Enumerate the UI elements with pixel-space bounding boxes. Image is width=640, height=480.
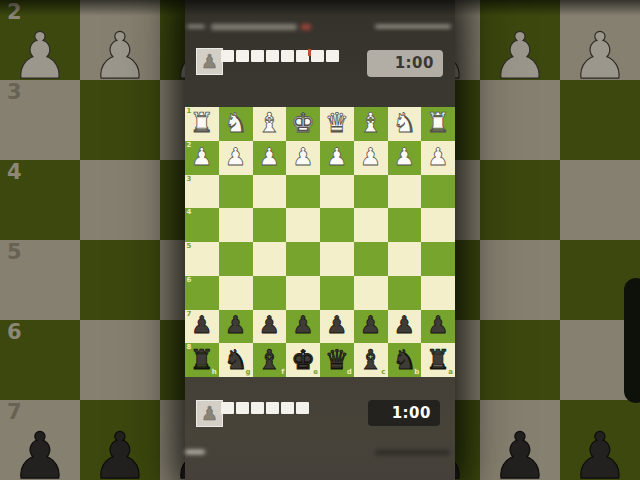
square-e4[interactable] [286, 208, 320, 242]
black-pawn-piece: ♟ [326, 313, 348, 337]
white-pawn-piece: ♟ [360, 145, 382, 169]
bg-square [560, 160, 640, 240]
square-b6[interactable] [388, 276, 422, 310]
square-g8[interactable]: g♞ [219, 343, 253, 377]
square-g1[interactable]: ♞ [219, 107, 253, 141]
bg-square [80, 240, 160, 320]
square-b7[interactable]: ♟ [388, 310, 422, 344]
right-edge-pill [624, 278, 640, 403]
square-h2[interactable]: 2♟ [185, 141, 219, 175]
bg-pawn: ♟ [480, 424, 560, 480]
bottom-player-clock: 1:00 [368, 400, 440, 426]
square-a7[interactable]: ♟ [421, 310, 455, 344]
white-pawn-piece: ♟ [225, 145, 247, 169]
rank-label: 6 [187, 277, 192, 284]
bg-square: 7♟ [0, 400, 80, 480]
square-e6[interactable] [286, 276, 320, 310]
username-block [251, 402, 264, 414]
square-a6[interactable] [421, 276, 455, 310]
square-f1[interactable]: ♝ [253, 107, 287, 141]
square-d6[interactable] [320, 276, 354, 310]
square-g6[interactable] [219, 276, 253, 310]
rank-label: 3 [187, 176, 192, 183]
bg-square: ♟ [480, 0, 560, 80]
square-g2[interactable]: ♟ [219, 141, 253, 175]
black-pawn-piece: ♟ [225, 313, 247, 337]
square-d1[interactable]: ♛ [320, 107, 354, 141]
status-blur-text [211, 24, 297, 30]
white-pawn-piece: ♟ [326, 145, 348, 169]
square-b3[interactable] [388, 175, 422, 209]
square-e2[interactable]: ♟ [286, 141, 320, 175]
square-f6[interactable] [253, 276, 287, 310]
square-f7[interactable]: ♟ [253, 310, 287, 344]
white-rook-piece: ♜ [426, 109, 450, 136]
white-knight-piece: ♞ [392, 109, 416, 136]
square-b5[interactable] [388, 242, 422, 276]
bg-square: 2♟ [0, 0, 80, 80]
bg-square [560, 80, 640, 160]
username-block [311, 50, 324, 62]
bg-square [480, 320, 560, 400]
bg-rank-label: 4 [7, 162, 22, 183]
bottom-blur-dash-light [185, 450, 205, 454]
square-c7[interactable]: ♟ [354, 310, 388, 344]
black-bishop-piece: ♝ [257, 346, 281, 373]
square-e7[interactable]: ♟ [286, 310, 320, 344]
square-b2[interactable]: ♟ [388, 141, 422, 175]
pawn-avatar-icon: ♟ [201, 52, 218, 71]
square-c5[interactable] [354, 242, 388, 276]
chess-board: 1♜♞♝♚♛♝♞♜2♟♟♟♟♟♟♟♟34567♟♟♟♟♟♟♟♟8h♜g♞f♝e♚… [185, 107, 455, 377]
bottom-player-username [221, 402, 309, 414]
square-c8[interactable]: c♝ [354, 343, 388, 377]
square-f8[interactable]: f♝ [253, 343, 287, 377]
bg-square: ♟ [480, 400, 560, 480]
square-a8[interactable]: a♜ [421, 343, 455, 377]
square-c1[interactable]: ♝ [354, 107, 388, 141]
white-pawn-piece: ♟ [259, 145, 281, 169]
username-block [221, 402, 234, 414]
file-label: f [281, 369, 284, 376]
bg-square [80, 80, 160, 160]
square-d7[interactable]: ♟ [320, 310, 354, 344]
bg-rank-label: 3 [7, 82, 22, 103]
bg-rank-label: 5 [7, 242, 22, 263]
bg-square: ♟ [80, 400, 160, 480]
square-h3[interactable]: 3 [185, 175, 219, 209]
top-player-username [221, 50, 339, 62]
square-c4[interactable] [354, 208, 388, 242]
pawn-avatar-icon: ♟ [201, 404, 218, 423]
black-knight-piece: ♞ [224, 346, 248, 373]
square-e8[interactable]: e♚ [286, 343, 320, 377]
bg-square: 3 [0, 80, 80, 160]
bg-square [480, 160, 560, 240]
status-blur-dash [187, 25, 205, 28]
bg-square: 4 [0, 160, 80, 240]
bg-pawn: ♟ [0, 424, 80, 480]
black-pawn-piece: ♟ [360, 313, 382, 337]
square-a2[interactable]: ♟ [421, 141, 455, 175]
square-f5[interactable] [253, 242, 287, 276]
square-a4[interactable] [421, 208, 455, 242]
square-c2[interactable]: ♟ [354, 141, 388, 175]
black-rook-piece: ♜ [426, 346, 450, 373]
username-block [236, 50, 249, 62]
square-b1[interactable]: ♞ [388, 107, 422, 141]
bg-square: 6 [0, 320, 80, 400]
square-d5[interactable] [320, 242, 354, 276]
square-g7[interactable]: ♟ [219, 310, 253, 344]
square-a5[interactable] [421, 242, 455, 276]
square-a3[interactable] [421, 175, 455, 209]
black-pawn-piece: ♟ [394, 313, 416, 337]
white-pawn-piece: ♟ [394, 145, 416, 169]
bg-pawn: ♟ [560, 24, 640, 88]
white-pawn-piece: ♟ [191, 145, 213, 169]
bg-pawn: ♟ [480, 24, 560, 88]
bg-pawn: ♟ [80, 424, 160, 480]
square-d3[interactable] [320, 175, 354, 209]
username-block [296, 402, 309, 414]
square-b8[interactable]: b♞ [388, 343, 422, 377]
top-player-avatar[interactable]: ♟ [196, 48, 223, 75]
white-pawn-piece: ♟ [427, 145, 449, 169]
bg-pawn: ♟ [0, 24, 80, 88]
black-pawn-piece: ♟ [191, 313, 213, 337]
status-blur-line [375, 25, 451, 28]
username-block [281, 50, 294, 62]
username-block [266, 50, 279, 62]
username-block [221, 50, 234, 62]
square-h5[interactable]: 5 [185, 242, 219, 276]
bg-square: ♟ [560, 0, 640, 80]
square-d8[interactable]: d♛ [320, 343, 354, 377]
bg-square: 5 [0, 240, 80, 320]
username-block [266, 402, 279, 414]
square-b4[interactable] [388, 208, 422, 242]
square-d2[interactable]: ♟ [320, 141, 354, 175]
square-a1[interactable]: ♜ [421, 107, 455, 141]
username-block [236, 402, 249, 414]
bg-square [480, 240, 560, 320]
black-knight-piece: ♞ [392, 346, 416, 373]
bottom-player-avatar[interactable]: ♟ [196, 400, 223, 427]
white-pawn-piece: ♟ [292, 145, 314, 169]
black-rook-piece: ♜ [190, 346, 214, 373]
square-g3[interactable] [219, 175, 253, 209]
square-g5[interactable] [219, 242, 253, 276]
bg-pawn: ♟ [560, 424, 640, 480]
bg-square [80, 160, 160, 240]
bg-pawn: ♟ [80, 24, 160, 88]
username-block [251, 50, 264, 62]
bottom-blur-dash-dark [375, 450, 450, 455]
top-player-clock: 1:00 [367, 50, 443, 77]
white-rook-piece: ♜ [190, 109, 214, 136]
square-d4[interactable] [320, 208, 354, 242]
status-blur-red-dot [301, 24, 311, 30]
square-h1[interactable]: 1♜ [185, 107, 219, 141]
bg-square [80, 320, 160, 400]
username-red-tick [308, 49, 311, 56]
square-f4[interactable] [253, 208, 287, 242]
square-e3[interactable] [286, 175, 320, 209]
rank-label: 5 [187, 243, 192, 250]
black-queen-piece: ♛ [325, 346, 349, 373]
app-strip: ♟ 1:00 1♜♞♝♚♛♝♞♜2♟♟♟♟♟♟♟♟34567♟♟♟♟♟♟♟♟8h… [185, 0, 455, 480]
video-frame: 2♟♟♟♟♟♟♟♟34567♟♟♟♟♟♟♟♟ ♟ 1:00 1♜♞♝♚♛♝♞♜2… [0, 0, 640, 480]
white-bishop-piece: ♝ [257, 109, 281, 136]
square-h4[interactable]: 4 [185, 208, 219, 242]
bg-square: ♟ [560, 400, 640, 480]
square-h7[interactable]: 7♟ [185, 310, 219, 344]
black-king-piece: ♚ [291, 346, 315, 373]
bg-square: ♟ [80, 0, 160, 80]
square-h8[interactable]: 8h♜ [185, 343, 219, 377]
square-e1[interactable]: ♚ [286, 107, 320, 141]
rank-label: 4 [187, 209, 192, 216]
white-king-piece: ♚ [291, 109, 315, 136]
square-c6[interactable] [354, 276, 388, 310]
username-block [326, 50, 339, 62]
square-e5[interactable] [286, 242, 320, 276]
square-h6[interactable]: 6 [185, 276, 219, 310]
square-f2[interactable]: ♟ [253, 141, 287, 175]
white-queen-piece: ♛ [325, 109, 349, 136]
bg-rank-label: 6 [7, 322, 22, 343]
black-bishop-piece: ♝ [359, 346, 383, 373]
bg-square [480, 80, 560, 160]
square-c3[interactable] [354, 175, 388, 209]
black-pawn-piece: ♟ [259, 313, 281, 337]
square-f3[interactable] [253, 175, 287, 209]
username-block [281, 402, 294, 414]
square-g4[interactable] [219, 208, 253, 242]
black-pawn-piece: ♟ [292, 313, 314, 337]
white-knight-piece: ♞ [224, 109, 248, 136]
black-pawn-piece: ♟ [427, 313, 449, 337]
white-bishop-piece: ♝ [359, 109, 383, 136]
